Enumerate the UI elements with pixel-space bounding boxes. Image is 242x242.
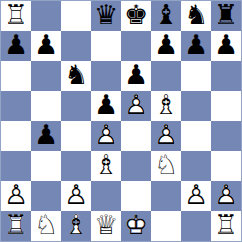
black-bishop-icon[interactable]: ♝ xyxy=(151,1,181,31)
square-b7[interactable]: ♟ xyxy=(31,31,61,61)
piece-glyph-outline: ♘ xyxy=(151,151,181,180)
square-c6[interactable]: ♞ xyxy=(61,61,91,91)
square-g7[interactable]: ♟ xyxy=(181,31,211,61)
square-c5[interactable] xyxy=(61,91,91,121)
square-c1[interactable]: ♝♗ xyxy=(61,211,91,241)
black-pawn-icon[interactable]: ♟ xyxy=(31,121,61,151)
square-h8[interactable]: ♜ xyxy=(211,1,241,31)
square-b3[interactable] xyxy=(31,151,61,181)
piece-glyph-fill: ♞ xyxy=(181,1,211,30)
black-pawn-icon[interactable]: ♟ xyxy=(181,31,211,61)
piece-glyph-fill: ♜ xyxy=(211,1,241,30)
square-e4[interactable] xyxy=(121,121,151,151)
piece-glyph-outline: ♕ xyxy=(91,211,121,240)
square-f5[interactable]: ♝♗ xyxy=(151,91,181,121)
square-a4[interactable] xyxy=(1,121,31,151)
square-c8[interactable] xyxy=(61,1,91,31)
square-d8[interactable]: ♛ xyxy=(91,1,121,31)
piece-glyph-outline: ♙ xyxy=(181,181,211,210)
square-e1[interactable]: ♚♔ xyxy=(121,211,151,241)
white-pawn-icon[interactable]: ♟♙ xyxy=(1,181,31,211)
square-c4[interactable] xyxy=(61,121,91,151)
square-e2[interactable] xyxy=(121,181,151,211)
piece-glyph-fill: ♚ xyxy=(121,1,151,30)
square-g3[interactable] xyxy=(181,151,211,181)
white-pawn-icon[interactable]: ♟♙ xyxy=(121,91,151,121)
square-e8[interactable]: ♚ xyxy=(121,1,151,31)
white-pawn-icon[interactable]: ♟♙ xyxy=(181,181,211,211)
square-d4[interactable]: ♟♙ xyxy=(91,121,121,151)
square-f8[interactable]: ♝ xyxy=(151,1,181,31)
square-a6[interactable] xyxy=(1,61,31,91)
square-d1[interactable]: ♛♕ xyxy=(91,211,121,241)
black-pawn-icon[interactable]: ♟ xyxy=(151,31,181,61)
square-f6[interactable] xyxy=(151,61,181,91)
square-b4[interactable]: ♟ xyxy=(31,121,61,151)
square-h4[interactable] xyxy=(211,121,241,151)
square-b6[interactable] xyxy=(31,61,61,91)
square-c7[interactable] xyxy=(61,31,91,61)
square-g5[interactable] xyxy=(181,91,211,121)
piece-glyph-outline: ♙ xyxy=(151,121,181,150)
piece-glyph-fill: ♞ xyxy=(61,61,91,90)
square-d6[interactable] xyxy=(91,61,121,91)
square-c3[interactable] xyxy=(61,151,91,181)
piece-glyph-outline: ♖ xyxy=(1,1,31,30)
square-b2[interactable] xyxy=(31,181,61,211)
black-pawn-icon[interactable]: ♟ xyxy=(121,61,151,91)
square-b5[interactable] xyxy=(31,91,61,121)
square-d7[interactable] xyxy=(91,31,121,61)
piece-glyph-fill: ♟ xyxy=(1,31,31,60)
square-g6[interactable] xyxy=(181,61,211,91)
square-d3[interactable]: ♝♗ xyxy=(91,151,121,181)
square-h2[interactable]: ♟♙ xyxy=(211,181,241,211)
square-f1[interactable] xyxy=(151,211,181,241)
square-e5[interactable]: ♟♙ xyxy=(121,91,151,121)
piece-glyph-outline: ♙ xyxy=(91,121,121,150)
white-pawn-icon[interactable]: ♟♙ xyxy=(151,121,181,151)
square-a3[interactable] xyxy=(1,151,31,181)
piece-glyph-outline: ♘ xyxy=(31,211,61,240)
black-knight-icon[interactable]: ♞ xyxy=(61,61,91,91)
square-h3[interactable] xyxy=(211,151,241,181)
square-c2[interactable]: ♟♙ xyxy=(61,181,91,211)
black-king-icon[interactable]: ♚ xyxy=(121,1,151,31)
white-queen-icon[interactable]: ♛♕ xyxy=(91,211,121,241)
piece-glyph-outline: ♙ xyxy=(211,181,241,210)
piece-glyph-outline: ♗ xyxy=(61,211,91,240)
piece-glyph-fill: ♟ xyxy=(31,31,61,60)
piece-glyph-fill: ♟ xyxy=(181,31,211,60)
square-f3[interactable]: ♞♘ xyxy=(151,151,181,181)
black-knight-icon[interactable]: ♞ xyxy=(181,1,211,31)
piece-glyph-outline: ♗ xyxy=(91,151,121,180)
square-h7[interactable]: ♟ xyxy=(211,31,241,61)
square-f7[interactable]: ♟ xyxy=(151,31,181,61)
square-g4[interactable] xyxy=(181,121,211,151)
square-f4[interactable]: ♟♙ xyxy=(151,121,181,151)
white-pawn-icon[interactable]: ♟♙ xyxy=(91,121,121,151)
square-a8[interactable]: ♜♖ xyxy=(1,1,31,31)
white-knight-icon[interactable]: ♞♘ xyxy=(151,151,181,181)
piece-glyph-outline: ♙ xyxy=(61,181,91,210)
square-h5[interactable] xyxy=(211,91,241,121)
piece-glyph-fill: ♟ xyxy=(211,31,241,60)
square-a7[interactable]: ♟ xyxy=(1,31,31,61)
square-d5[interactable]: ♟ xyxy=(91,91,121,121)
white-rook-icon[interactable]: ♜♖ xyxy=(211,211,241,241)
black-rook-icon[interactable]: ♜ xyxy=(211,1,241,31)
square-b1[interactable]: ♞♘ xyxy=(31,211,61,241)
square-a5[interactable] xyxy=(1,91,31,121)
white-knight-icon[interactable]: ♞♘ xyxy=(31,211,61,241)
white-bishop-icon[interactable]: ♝♗ xyxy=(91,151,121,181)
square-d2[interactable] xyxy=(91,181,121,211)
chess-board: ♜♖♛♚♝♞♜♟♟♟♟♟♞♟♟♟♙♝♗♟♟♙♟♙♝♗♞♘♟♙♟♙♟♙♟♙♜♖♞♘… xyxy=(0,0,242,242)
piece-glyph-fill: ♟ xyxy=(31,121,61,150)
black-pawn-icon[interactable]: ♟ xyxy=(1,31,31,61)
piece-glyph-outline: ♙ xyxy=(121,91,151,120)
square-e7[interactable] xyxy=(121,31,151,61)
square-f2[interactable] xyxy=(151,181,181,211)
black-pawn-icon[interactable]: ♟ xyxy=(31,31,61,61)
square-a1[interactable]: ♜♖ xyxy=(1,211,31,241)
piece-glyph-fill: ♟ xyxy=(121,61,151,90)
piece-glyph-fill: ♝ xyxy=(151,1,181,30)
piece-glyph-outline: ♗ xyxy=(151,91,181,120)
square-g2[interactable]: ♟♙ xyxy=(181,181,211,211)
square-b8[interactable] xyxy=(31,1,61,31)
black-queen-icon[interactable]: ♛ xyxy=(91,1,121,31)
piece-glyph-outline: ♖ xyxy=(1,211,31,240)
square-g8[interactable]: ♞ xyxy=(181,1,211,31)
white-bishop-icon[interactable]: ♝♗ xyxy=(61,211,91,241)
square-e6[interactable]: ♟ xyxy=(121,61,151,91)
square-g1[interactable] xyxy=(181,211,211,241)
piece-glyph-outline: ♙ xyxy=(1,181,31,210)
piece-glyph-fill: ♟ xyxy=(151,31,181,60)
piece-glyph-outline: ♔ xyxy=(121,211,151,240)
white-rook-icon[interactable]: ♜♖ xyxy=(1,211,31,241)
piece-glyph-outline: ♖ xyxy=(211,211,241,240)
black-pawn-icon[interactable]: ♟ xyxy=(91,91,121,121)
white-king-icon[interactable]: ♚♔ xyxy=(121,211,151,241)
white-bishop-icon[interactable]: ♝♗ xyxy=(151,91,181,121)
white-pawn-icon[interactable]: ♟♙ xyxy=(211,181,241,211)
black-pawn-icon[interactable]: ♟ xyxy=(211,31,241,61)
piece-glyph-fill: ♟ xyxy=(91,91,121,120)
square-h1[interactable]: ♜♖ xyxy=(211,211,241,241)
piece-glyph-fill: ♛ xyxy=(91,1,121,30)
white-rook-icon[interactable]: ♜♖ xyxy=(1,1,31,31)
square-h6[interactable] xyxy=(211,61,241,91)
square-e3[interactable] xyxy=(121,151,151,181)
white-pawn-icon[interactable]: ♟♙ xyxy=(61,181,91,211)
square-a2[interactable]: ♟♙ xyxy=(1,181,31,211)
